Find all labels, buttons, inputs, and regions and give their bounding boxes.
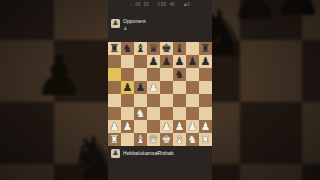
captured-pieces-top: ♟: [123, 26, 146, 31]
square-b5[interactable]: ♟: [121, 81, 134, 94]
piece-white-pawn: ♟: [123, 120, 133, 133]
piece-black-pawn: ♟: [149, 55, 159, 68]
square-c7[interactable]: [134, 55, 147, 68]
piece-white-pawn: ♟: [149, 81, 159, 94]
square-f6[interactable]: ♞: [173, 68, 186, 81]
piece-black-knight: ♞: [123, 42, 133, 55]
square-c3[interactable]: ♞: [134, 107, 147, 120]
piece-black-pawn: ♟: [162, 55, 172, 68]
square-f3[interactable]: [173, 107, 186, 120]
square-g3[interactable]: [186, 107, 199, 120]
player-bottom-name: HebbalukamsaRishab: [123, 151, 174, 157]
move-count: 46: [170, 2, 175, 8]
square-a3[interactable]: [108, 107, 121, 120]
piece-black-rook: ♜: [201, 42, 211, 55]
piece-black-queen: ♛: [149, 42, 159, 55]
piece-white-pawn: ♟: [188, 120, 198, 133]
stat-left-value: 69: [135, 2, 140, 8]
square-d7[interactable]: ♟: [147, 55, 160, 68]
back-icon[interactable]: ‹: [130, 2, 132, 8]
square-a4[interactable]: [108, 94, 121, 107]
piece-white-knight: ♞: [188, 133, 198, 146]
square-b7[interactable]: [121, 55, 134, 68]
avatar[interactable]: ♟: [111, 149, 120, 158]
piece-white-rook: ♜: [201, 133, 211, 146]
square-a7[interactable]: [108, 55, 121, 68]
phone-screen: ‹6956·0.6546·♟0 ♟ Opponent ♟ ♜♞♝♛♚♝♜♟♟♟♟…: [108, 0, 212, 180]
piece-black-bishop: ♝: [136, 42, 146, 55]
square-d8[interactable]: ♛: [147, 42, 160, 55]
captured-pawn-counter: ♟0: [183, 2, 190, 8]
square-f1[interactable]: ♝: [173, 133, 186, 146]
player-bottom: ♟ HebbalukamsaRishab: [111, 149, 174, 158]
square-c4[interactable]: [134, 94, 147, 107]
square-c8[interactable]: ♝: [134, 42, 147, 55]
piece-black-pawn: ♟: [123, 81, 133, 94]
square-b2[interactable]: ♟: [121, 120, 134, 133]
piece-black-pawn: ♟: [136, 81, 146, 94]
square-b6[interactable]: [121, 68, 134, 81]
square-d4[interactable]: [147, 94, 160, 107]
piece-white-queen: ♛: [149, 133, 159, 146]
square-b8[interactable]: ♞: [121, 42, 134, 55]
piece-white-rook: ♜: [110, 133, 120, 146]
square-f8[interactable]: ♝: [173, 42, 186, 55]
square-h8[interactable]: ♜: [199, 42, 212, 55]
square-c2[interactable]: [134, 120, 147, 133]
square-g6[interactable]: [186, 68, 199, 81]
piece-white-pawn: ♟: [110, 120, 120, 133]
square-d6[interactable]: [147, 68, 160, 81]
stat-right-value: 56: [144, 2, 149, 8]
square-f2[interactable]: ♟: [173, 120, 186, 133]
square-a1[interactable]: ♜: [108, 133, 121, 146]
square-e3[interactable]: [160, 107, 173, 120]
square-g2[interactable]: ♟: [186, 120, 199, 133]
piece-white-bishop: ♝: [175, 133, 185, 146]
square-c5[interactable]: ♟: [134, 81, 147, 94]
square-g4[interactable]: [186, 94, 199, 107]
square-e2[interactable]: ♟: [160, 120, 173, 133]
player-top-name: Opponent: [123, 19, 146, 25]
piece-white-king: ♚: [162, 133, 172, 146]
piece-black-pawn: ♟: [188, 55, 198, 68]
player-top: ♟ Opponent ♟: [111, 19, 146, 31]
square-c6[interactable]: [134, 68, 147, 81]
square-h4[interactable]: [199, 94, 212, 107]
square-d5[interactable]: ♟: [147, 81, 160, 94]
square-g8[interactable]: [186, 42, 199, 55]
piece-black-pawn: ♟: [175, 55, 185, 68]
square-f5[interactable]: [173, 81, 186, 94]
eval-score: 0.65: [157, 2, 166, 8]
square-a6[interactable]: [108, 68, 121, 81]
square-e6[interactable]: [160, 68, 173, 81]
square-h6[interactable]: [199, 68, 212, 81]
square-e5[interactable]: [160, 81, 173, 94]
square-h3[interactable]: [199, 107, 212, 120]
square-h1[interactable]: ♜: [199, 133, 212, 146]
piece-black-rook: ♜: [110, 42, 120, 55]
square-h2[interactable]: ♟: [199, 120, 212, 133]
square-d1[interactable]: ♛: [147, 133, 160, 146]
piece-white-pawn: ♟: [162, 120, 172, 133]
square-e8[interactable]: ♚: [160, 42, 173, 55]
square-g1[interactable]: ♞: [186, 133, 199, 146]
square-h7[interactable]: ♟: [199, 55, 212, 68]
avatar[interactable]: ♟: [111, 19, 120, 28]
piece-black-knight: ♞: [175, 68, 185, 81]
square-d2[interactable]: [147, 120, 160, 133]
square-a5[interactable]: [108, 81, 121, 94]
square-d3[interactable]: [147, 107, 160, 120]
piece-black-pawn: ♟: [201, 55, 211, 68]
piece-white-knight: ♞: [136, 107, 146, 120]
top-status-bar: ‹6956·0.6546·♟0: [108, 2, 212, 8]
chess-board: ♜♞♝♛♚♝♜♟♟♟♟♟♞♟♟♟♞♟♟♟♟♟♟♜♝♛♚♝♞♜: [108, 42, 212, 146]
square-b3[interactable]: [121, 107, 134, 120]
square-e4[interactable]: [160, 94, 173, 107]
square-g5[interactable]: [186, 81, 199, 94]
piece-white-pawn: ♟: [175, 120, 185, 133]
square-e7[interactable]: ♟: [160, 55, 173, 68]
square-e1[interactable]: ♚: [160, 133, 173, 146]
separator-dot: ·: [152, 2, 154, 8]
square-g7[interactable]: ♟: [186, 55, 199, 68]
separator-dot: ·: [178, 2, 180, 8]
piece-white-bishop: ♝: [136, 133, 146, 146]
square-b4[interactable]: [121, 94, 134, 107]
square-a8[interactable]: ♜: [108, 42, 121, 55]
square-f4[interactable]: [173, 94, 186, 107]
piece-black-king: ♚: [162, 42, 172, 55]
square-h5[interactable]: [199, 81, 212, 94]
piece-black-bishop: ♝: [175, 42, 185, 55]
square-b1[interactable]: [121, 133, 134, 146]
square-f7[interactable]: ♟: [173, 55, 186, 68]
piece-white-pawn: ♟: [201, 120, 211, 133]
square-a2[interactable]: ♟: [108, 120, 121, 133]
square-c1[interactable]: ♝: [134, 133, 147, 146]
